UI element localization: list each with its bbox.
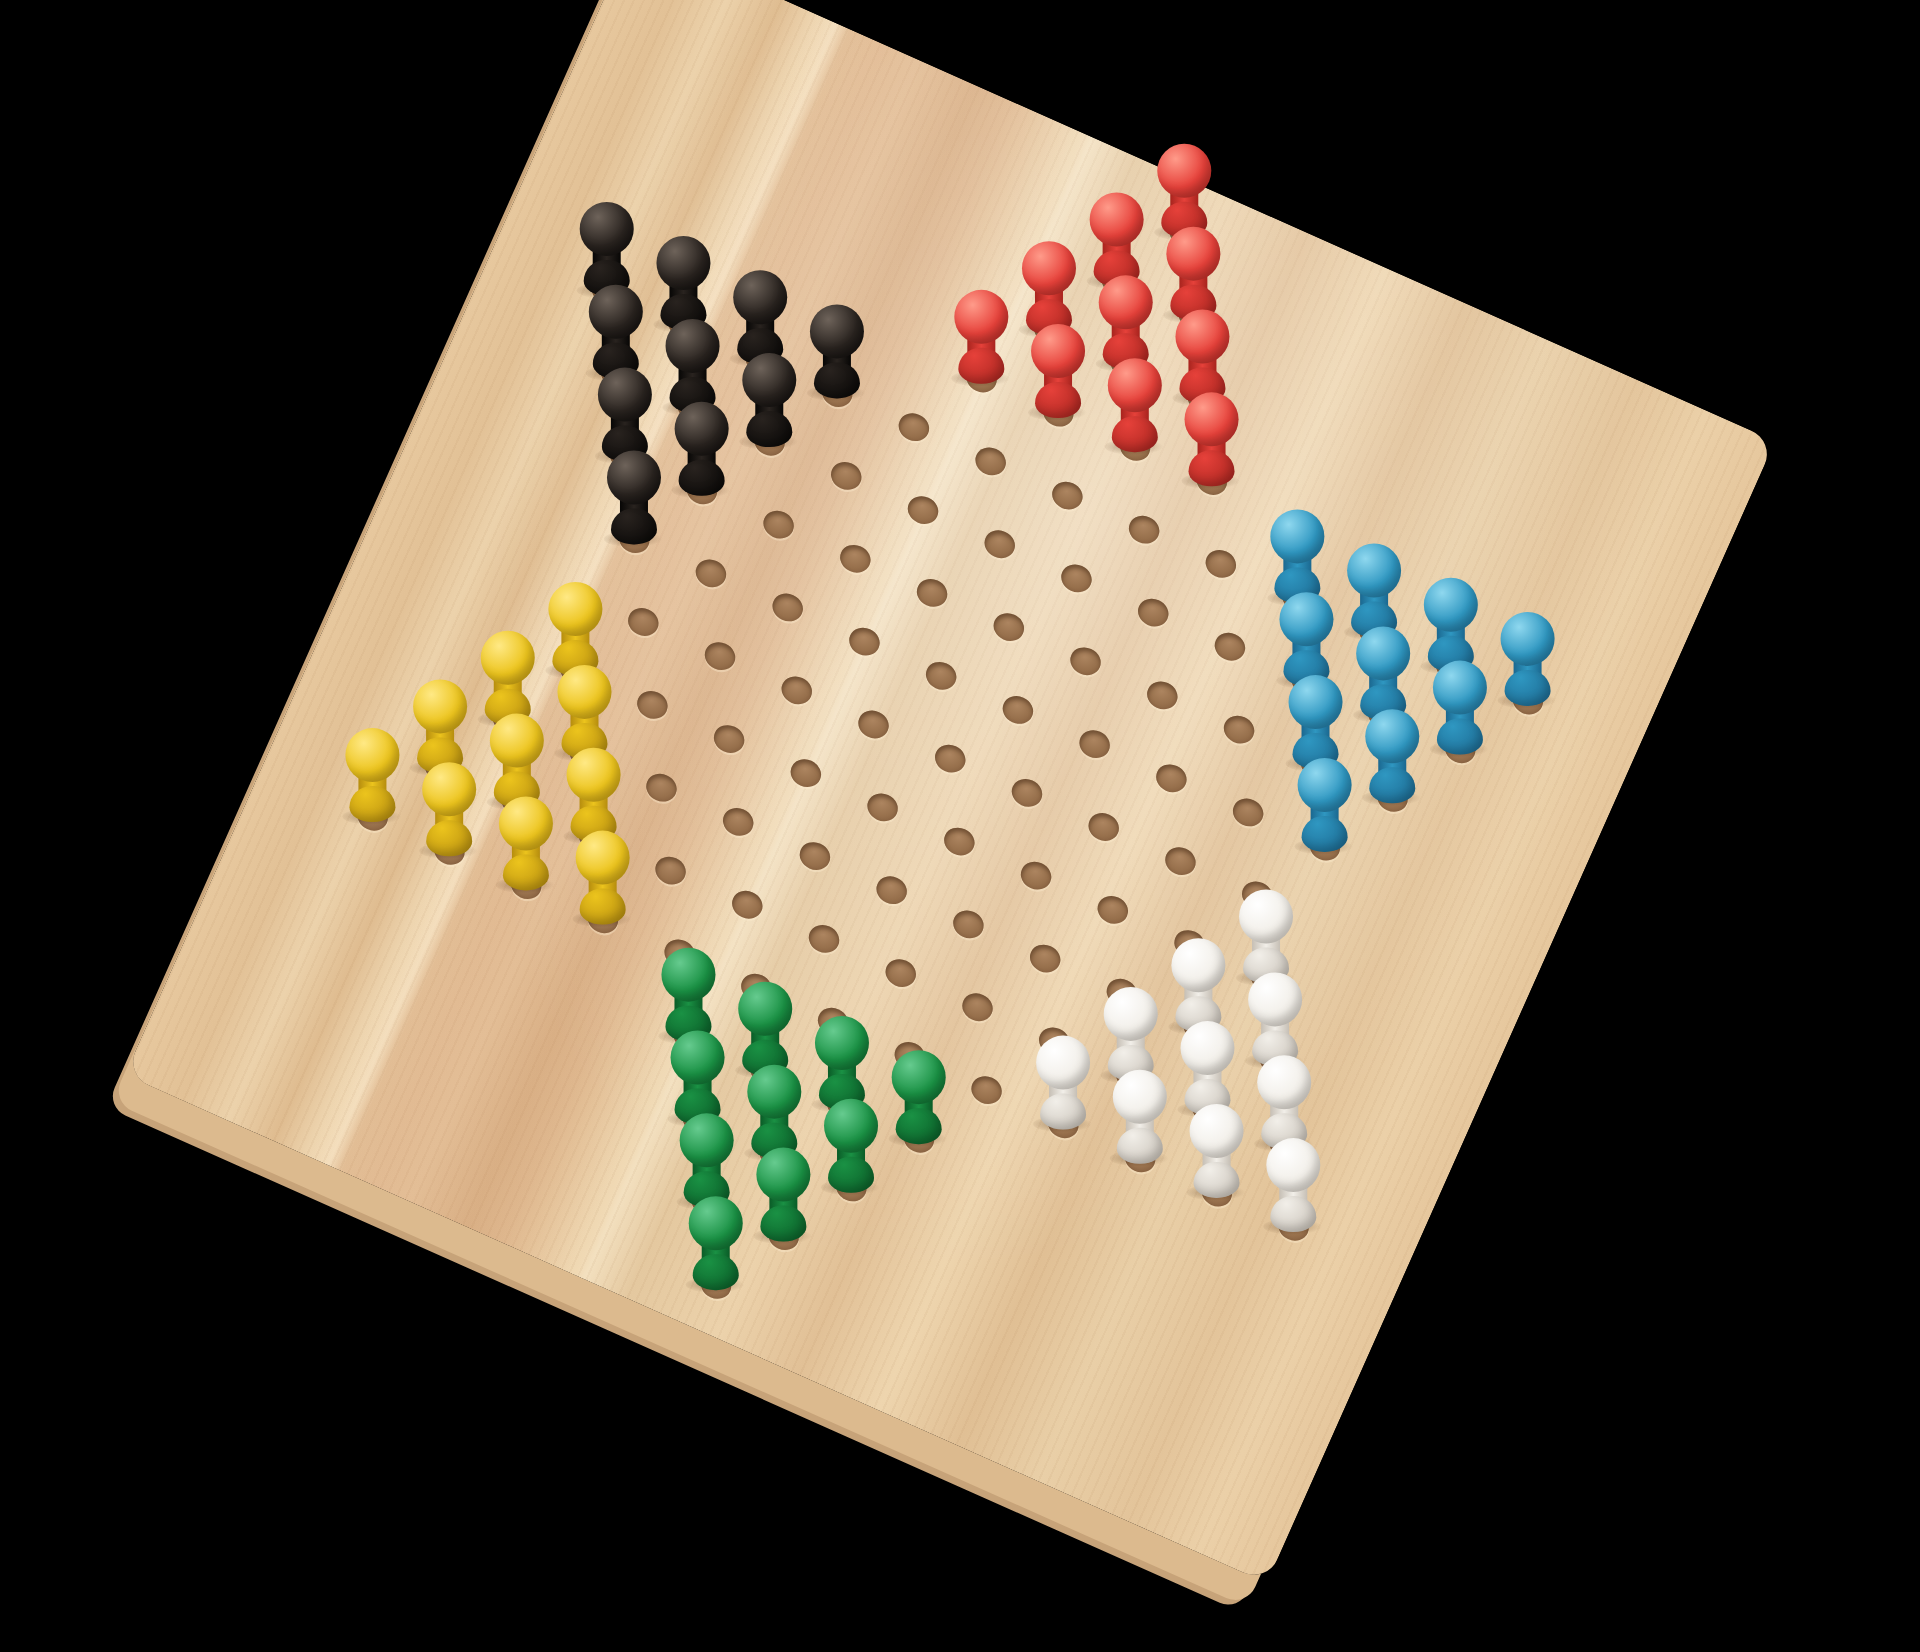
peg-base bbox=[349, 786, 395, 822]
peg-head bbox=[815, 1016, 869, 1070]
board-hole[interactable] bbox=[1048, 477, 1087, 514]
peg-head bbox=[1031, 324, 1085, 378]
peg-base bbox=[760, 1206, 806, 1242]
peg-head bbox=[598, 368, 652, 422]
peg-yellow[interactable] bbox=[421, 762, 477, 860]
peg-head bbox=[345, 728, 399, 782]
peg-head bbox=[689, 1196, 743, 1250]
peg-red[interactable] bbox=[953, 290, 1009, 388]
board-hole[interactable] bbox=[1143, 677, 1182, 714]
peg-base bbox=[1189, 450, 1235, 486]
board-hole[interactable] bbox=[1007, 774, 1046, 811]
peg-head bbox=[1248, 972, 1302, 1026]
peg-white[interactable] bbox=[1112, 1070, 1168, 1168]
peg-head bbox=[1157, 144, 1211, 198]
peg-blue[interactable] bbox=[1364, 709, 1420, 807]
board-hole[interactable] bbox=[795, 837, 834, 874]
peg-head bbox=[824, 1099, 878, 1153]
board-hole[interactable] bbox=[709, 720, 748, 757]
peg-base bbox=[896, 1108, 942, 1144]
peg-base bbox=[958, 348, 1004, 384]
board-hole[interactable] bbox=[967, 1071, 1006, 1108]
board-hole[interactable] bbox=[881, 954, 920, 991]
peg-head bbox=[1022, 241, 1076, 295]
peg-head bbox=[589, 285, 643, 339]
peg-base bbox=[1369, 767, 1415, 803]
peg-head bbox=[733, 270, 787, 324]
peg-head bbox=[557, 665, 611, 719]
board-hole[interactable] bbox=[931, 740, 970, 777]
peg-head bbox=[1036, 1036, 1090, 1090]
peg-head bbox=[422, 762, 476, 816]
peg-black[interactable] bbox=[674, 402, 730, 500]
board-hole[interactable] bbox=[691, 555, 730, 592]
peg-yellow[interactable] bbox=[575, 831, 631, 929]
peg-black[interactable] bbox=[741, 353, 797, 451]
peg-head bbox=[1104, 987, 1158, 1041]
chinese-checkers-board bbox=[125, 0, 1775, 1583]
peg-base bbox=[1040, 1094, 1086, 1130]
peg-head bbox=[675, 402, 729, 456]
peg-head bbox=[810, 304, 864, 358]
peg-head bbox=[1108, 358, 1162, 412]
peg-head bbox=[666, 319, 720, 373]
peg-head bbox=[1433, 661, 1487, 715]
board-hole[interactable] bbox=[1016, 857, 1055, 894]
peg-head bbox=[1180, 1021, 1234, 1075]
peg-base bbox=[426, 820, 472, 856]
peg-head bbox=[1298, 758, 1352, 812]
board-hole[interactable] bbox=[786, 755, 825, 792]
peg-blue[interactable] bbox=[1432, 661, 1488, 759]
peg-head bbox=[1190, 1104, 1244, 1158]
peg-blue[interactable] bbox=[1297, 758, 1353, 856]
board-hole[interactable] bbox=[989, 608, 1028, 645]
peg-head bbox=[1099, 275, 1153, 329]
peg-blue[interactable] bbox=[1500, 612, 1556, 710]
board-hole[interactable] bbox=[728, 886, 767, 923]
board-hole[interactable] bbox=[912, 574, 951, 611]
board-hole[interactable] bbox=[1066, 643, 1105, 680]
peg-head bbox=[576, 831, 630, 885]
peg-head bbox=[671, 1030, 725, 1084]
peg-red[interactable] bbox=[1184, 392, 1240, 490]
board-hole[interactable] bbox=[633, 686, 672, 723]
peg-red[interactable] bbox=[1030, 324, 1086, 422]
board-hole[interactable] bbox=[1075, 725, 1114, 762]
peg-green[interactable] bbox=[755, 1148, 811, 1246]
peg-head bbox=[1289, 675, 1343, 729]
board-hole[interactable] bbox=[1152, 760, 1191, 797]
board-hole[interactable] bbox=[1057, 560, 1096, 597]
peg-base bbox=[503, 854, 549, 890]
peg-head bbox=[499, 796, 553, 850]
peg-base bbox=[580, 889, 626, 925]
board-hole[interactable] bbox=[1210, 628, 1249, 665]
peg-base bbox=[611, 508, 657, 544]
peg-head bbox=[738, 982, 792, 1036]
board-hole[interactable] bbox=[922, 657, 961, 694]
peg-head bbox=[1166, 227, 1220, 281]
board-hole[interactable] bbox=[903, 491, 942, 528]
board-hole[interactable] bbox=[863, 789, 902, 826]
peg-base bbox=[1112, 416, 1158, 452]
peg-head bbox=[1501, 612, 1555, 666]
peg-head bbox=[756, 1148, 810, 1202]
peg-black[interactable] bbox=[606, 450, 662, 548]
board-hole[interactable] bbox=[1084, 808, 1123, 845]
peg-head bbox=[1175, 310, 1229, 364]
board-hole[interactable] bbox=[845, 623, 884, 660]
peg-head bbox=[580, 202, 634, 256]
board-hole[interactable] bbox=[1124, 511, 1163, 548]
peg-black[interactable] bbox=[809, 304, 865, 402]
peg-green[interactable] bbox=[823, 1099, 879, 1197]
board-hole[interactable] bbox=[827, 457, 866, 494]
peg-head bbox=[1239, 890, 1293, 944]
board-hole[interactable] bbox=[768, 589, 807, 626]
peg-head bbox=[1185, 392, 1239, 446]
peg-head bbox=[1270, 509, 1324, 563]
board-hole[interactable] bbox=[1201, 545, 1240, 582]
board-hole[interactable] bbox=[700, 638, 739, 675]
peg-base bbox=[746, 411, 792, 447]
board-hole[interactable] bbox=[998, 691, 1037, 728]
peg-base bbox=[1194, 1162, 1240, 1198]
peg-base bbox=[1505, 670, 1551, 706]
peg-head bbox=[656, 236, 710, 290]
peg-base bbox=[1035, 382, 1081, 418]
board-hole[interactable] bbox=[854, 706, 893, 743]
peg-white[interactable] bbox=[1189, 1104, 1245, 1202]
peg-white[interactable] bbox=[1035, 1036, 1091, 1134]
peg-white[interactable] bbox=[1265, 1138, 1321, 1236]
peg-base bbox=[1117, 1128, 1163, 1164]
board-hole[interactable] bbox=[651, 852, 690, 889]
peg-base bbox=[1437, 719, 1483, 755]
peg-head bbox=[1090, 192, 1144, 246]
board-hole[interactable] bbox=[1161, 843, 1200, 880]
peg-head bbox=[413, 679, 467, 733]
peg-head bbox=[1257, 1055, 1311, 1109]
board-hole[interactable] bbox=[949, 906, 988, 943]
board-hole[interactable] bbox=[719, 803, 758, 840]
peg-head bbox=[661, 948, 715, 1002]
peg-head bbox=[1356, 626, 1410, 680]
peg-head bbox=[1171, 938, 1225, 992]
peg-head bbox=[892, 1050, 946, 1104]
board-hole[interactable] bbox=[804, 920, 843, 957]
peg-base bbox=[828, 1157, 874, 1193]
board-hole[interactable] bbox=[836, 540, 875, 577]
peg-head bbox=[1424, 578, 1478, 632]
board-hole[interactable] bbox=[958, 989, 997, 1026]
peg-green[interactable] bbox=[891, 1050, 947, 1148]
board-hole[interactable] bbox=[759, 506, 798, 543]
board-hole[interactable] bbox=[971, 443, 1010, 480]
peg-base bbox=[814, 362, 860, 398]
board-hole[interactable] bbox=[642, 769, 681, 806]
peg-head bbox=[742, 353, 796, 407]
peg-head bbox=[548, 582, 602, 636]
peg-head bbox=[607, 450, 661, 504]
peg-red[interactable] bbox=[1107, 358, 1163, 456]
peg-yellow[interactable] bbox=[344, 728, 400, 826]
board-hole[interactable] bbox=[1134, 594, 1173, 631]
peg-head bbox=[1266, 1138, 1320, 1192]
peg-head bbox=[1347, 544, 1401, 598]
peg-head bbox=[490, 714, 544, 768]
peg-base bbox=[679, 460, 725, 496]
board-hole[interactable] bbox=[872, 872, 911, 909]
peg-head bbox=[1113, 1070, 1167, 1124]
peg-green[interactable] bbox=[688, 1196, 744, 1294]
peg-base bbox=[1302, 816, 1348, 852]
peg-head bbox=[680, 1113, 734, 1167]
peg-yellow[interactable] bbox=[498, 796, 554, 894]
board-hole[interactable] bbox=[1093, 891, 1132, 928]
board-hole[interactable] bbox=[1219, 711, 1258, 748]
peg-head bbox=[747, 1065, 801, 1119]
peg-head bbox=[1365, 709, 1419, 763]
board-hole[interactable] bbox=[1026, 940, 1065, 977]
peg-head bbox=[1279, 592, 1333, 646]
board-hole[interactable] bbox=[777, 672, 816, 709]
peg-head bbox=[481, 631, 535, 685]
board-hole[interactable] bbox=[980, 526, 1019, 563]
board-photo-scene bbox=[0, 0, 1920, 1652]
peg-head bbox=[567, 748, 621, 802]
board-hole[interactable] bbox=[1228, 794, 1267, 831]
peg-head bbox=[954, 290, 1008, 344]
board-hole[interactable] bbox=[624, 603, 663, 640]
board-hole[interactable] bbox=[940, 823, 979, 860]
board-hole[interactable] bbox=[894, 409, 933, 446]
peg-base bbox=[1270, 1196, 1316, 1232]
peg-base bbox=[693, 1254, 739, 1290]
